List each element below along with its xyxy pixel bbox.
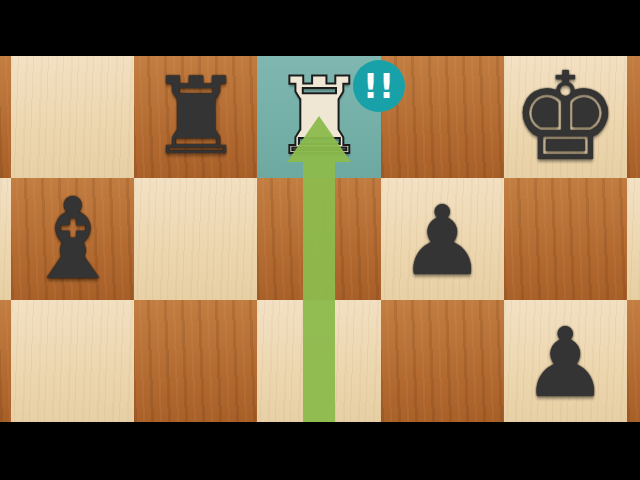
square-e7[interactable]	[257, 178, 380, 300]
black-pawn-f7[interactable]: ♟	[381, 178, 504, 300]
square-e6[interactable]	[257, 300, 380, 422]
square-f6[interactable]	[381, 300, 504, 422]
black-king-g8[interactable]: ♚	[504, 56, 627, 178]
square-h7[interactable]	[627, 178, 640, 300]
square-d6[interactable]	[134, 300, 257, 422]
square-c8[interactable]	[11, 56, 134, 178]
letterbox-bar-bottom	[0, 422, 640, 480]
square-c6[interactable]	[11, 300, 134, 422]
square-b6[interactable]	[0, 300, 11, 422]
black-pawn-g6[interactable]: ♟	[504, 300, 627, 422]
square-b7[interactable]	[0, 178, 11, 300]
square-b8[interactable]	[0, 56, 11, 178]
square-d7[interactable]	[134, 178, 257, 300]
square-h6[interactable]	[627, 300, 640, 422]
black-bishop-c7[interactable]: ♝	[11, 178, 134, 300]
square-g7[interactable]	[504, 178, 627, 300]
square-h8[interactable]	[627, 56, 640, 178]
black-rook-d8[interactable]: ♜	[134, 56, 257, 178]
chess-app-screenshot: { "game": "chess", "scene": { "descripti…	[0, 0, 640, 480]
chess-board: !! ♜♜♚♝♟♟	[0, 56, 640, 422]
brilliant-move-badge: !!	[353, 60, 405, 112]
